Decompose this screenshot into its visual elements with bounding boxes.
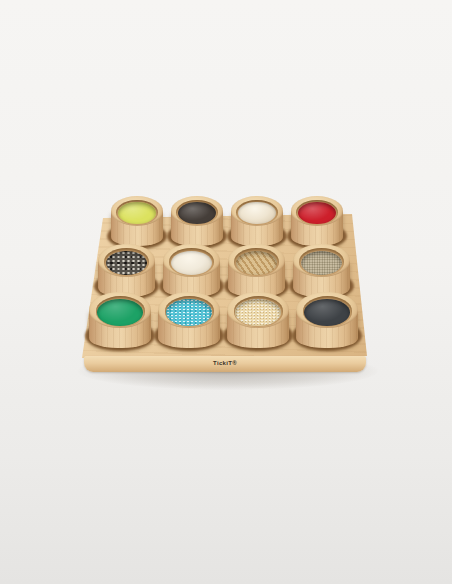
cup-rim bbox=[228, 244, 285, 277]
texture-disc-turquoise-glitter-sand bbox=[166, 299, 211, 326]
cup-inner-wall bbox=[236, 200, 277, 225]
cup-rim bbox=[296, 292, 358, 328]
cup-inner-wall bbox=[165, 296, 214, 326]
board-row-front bbox=[89, 292, 358, 348]
texture-cup-metal-mesh[interactable] bbox=[293, 244, 350, 297]
texture-cup-yellow-felt[interactable] bbox=[111, 196, 163, 246]
texture-disc-red-felt bbox=[298, 202, 336, 224]
cup-rim bbox=[171, 196, 223, 226]
texture-board-front-edge: TickiT® bbox=[84, 356, 366, 372]
cup-inner-wall bbox=[104, 248, 149, 276]
texture-cup-turquoise-glitter-sand[interactable] bbox=[158, 292, 220, 348]
cup-inner-wall bbox=[303, 296, 352, 326]
texture-disc-dark-slate bbox=[304, 299, 349, 326]
texture-cup-grey-gravel[interactable] bbox=[98, 244, 155, 297]
cup-inner-wall bbox=[169, 248, 214, 276]
texture-cup-green-fabric[interactable] bbox=[89, 292, 151, 348]
texture-cup-grooved-wood[interactable] bbox=[228, 244, 285, 297]
texture-disc-metal-mesh bbox=[301, 251, 342, 275]
cup-rim bbox=[158, 292, 220, 328]
cup-rim bbox=[227, 292, 289, 328]
cup-inner-wall bbox=[116, 200, 157, 225]
texture-cup-dark-slate[interactable] bbox=[296, 292, 358, 348]
product-photo-stage: TickiT® bbox=[0, 0, 452, 584]
cup-rim bbox=[293, 244, 350, 277]
cup-inner-wall bbox=[96, 296, 145, 326]
cup-rim bbox=[231, 196, 283, 226]
texture-disc-grooved-wood bbox=[236, 251, 277, 275]
texture-disc-charcoal-felt bbox=[178, 202, 216, 224]
cup-inner-wall bbox=[234, 248, 279, 276]
cup-inner-wall bbox=[299, 248, 344, 276]
texture-cup-red-felt[interactable] bbox=[291, 196, 343, 246]
texture-cup-charcoal-felt[interactable] bbox=[171, 196, 223, 246]
cup-inner-wall bbox=[296, 200, 337, 225]
cup-rim bbox=[111, 196, 163, 226]
texture-disc-cream-wool-pom bbox=[238, 202, 276, 224]
brand-mark: TickiT® bbox=[84, 360, 366, 366]
texture-disc-white-fleece bbox=[171, 251, 212, 275]
texture-disc-grey-gravel bbox=[106, 251, 147, 275]
cup-rim bbox=[163, 244, 220, 277]
board-row-middle bbox=[98, 244, 350, 297]
cup-rim bbox=[291, 196, 343, 226]
cup-inner-wall bbox=[176, 200, 217, 225]
texture-disc-green-fabric bbox=[97, 299, 142, 326]
cup-rim bbox=[98, 244, 155, 277]
board-row-back bbox=[111, 196, 343, 246]
texture-cup-cream-wool-pom[interactable] bbox=[231, 196, 283, 246]
texture-disc-natural-sand bbox=[235, 299, 280, 326]
texture-disc-yellow-felt bbox=[118, 202, 156, 224]
cup-inner-wall bbox=[234, 296, 283, 326]
texture-cup-natural-sand[interactable] bbox=[227, 292, 289, 348]
texture-cup-white-fleece[interactable] bbox=[163, 244, 220, 297]
cup-rim bbox=[89, 292, 151, 328]
